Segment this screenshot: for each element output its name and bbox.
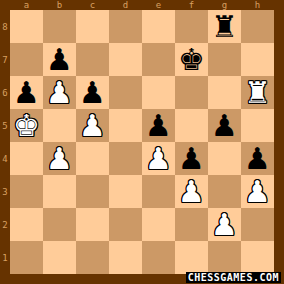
piece-black-rook: ♜ (211, 10, 238, 43)
square-e8 (142, 10, 175, 43)
square-d6 (109, 76, 142, 109)
square-c4 (76, 142, 109, 175)
piece-black-pawn: ♟ (79, 76, 106, 109)
square-e1 (142, 241, 175, 274)
piece-white-pawn: ♟ (211, 208, 238, 241)
square-h7 (241, 43, 274, 76)
square-d3 (109, 175, 142, 208)
square-g7 (208, 43, 241, 76)
square-e4: ♟ (142, 142, 175, 175)
square-h4: ♟ (241, 142, 274, 175)
square-d5 (109, 109, 142, 142)
piece-white-pawn: ♟ (178, 175, 205, 208)
square-b5 (43, 109, 76, 142)
square-c5: ♟ (76, 109, 109, 142)
piece-black-pawn: ♟ (211, 109, 238, 142)
square-g4 (208, 142, 241, 175)
square-g5: ♟ (208, 109, 241, 142)
square-b7: ♟ (43, 43, 76, 76)
square-g3 (208, 175, 241, 208)
square-d4 (109, 142, 142, 175)
rank-label-3: 3 (0, 175, 10, 208)
square-a2 (10, 208, 43, 241)
square-f1 (175, 241, 208, 274)
square-g1 (208, 241, 241, 274)
piece-white-rook: ♜ (244, 76, 271, 109)
piece-black-pawn: ♟ (145, 109, 172, 142)
square-g2: ♟ (208, 208, 241, 241)
square-c8 (76, 10, 109, 43)
piece-white-pawn: ♟ (46, 142, 73, 175)
square-h1 (241, 241, 274, 274)
rank-label-8: 8 (0, 10, 10, 43)
square-b6: ♟ (43, 76, 76, 109)
square-a4 (10, 142, 43, 175)
square-a1 (10, 241, 43, 274)
square-b3 (43, 175, 76, 208)
piece-black-pawn: ♟ (46, 43, 73, 76)
square-f2 (175, 208, 208, 241)
square-c2 (76, 208, 109, 241)
square-h5 (241, 109, 274, 142)
file-label-d: d (109, 0, 142, 10)
square-f4: ♟ (175, 142, 208, 175)
file-label-b: b (43, 0, 76, 10)
rank-label-6: 6 (0, 76, 10, 109)
square-b8 (43, 10, 76, 43)
file-label-a: a (10, 0, 43, 10)
square-d2 (109, 208, 142, 241)
piece-white-pawn: ♟ (244, 175, 271, 208)
square-h3: ♟ (241, 175, 274, 208)
file-label-h: h (241, 0, 274, 10)
square-h2 (241, 208, 274, 241)
square-h8 (241, 10, 274, 43)
square-b2 (43, 208, 76, 241)
rank-labels: 87654321 (0, 10, 10, 274)
square-d8 (109, 10, 142, 43)
square-e6 (142, 76, 175, 109)
square-c6: ♟ (76, 76, 109, 109)
square-e3 (142, 175, 175, 208)
square-c7 (76, 43, 109, 76)
square-f8 (175, 10, 208, 43)
square-b4: ♟ (43, 142, 76, 175)
square-f3: ♟ (175, 175, 208, 208)
square-d1 (109, 241, 142, 274)
rank-label-5: 5 (0, 109, 10, 142)
rank-label-1: 1 (0, 241, 10, 274)
piece-white-king: ♚ (13, 109, 40, 142)
file-label-e: e (142, 0, 175, 10)
file-label-f: f (175, 0, 208, 10)
rank-label-7: 7 (0, 43, 10, 76)
square-f5 (175, 109, 208, 142)
rank-label-2: 2 (0, 208, 10, 241)
square-a3 (10, 175, 43, 208)
square-f6 (175, 76, 208, 109)
square-a5: ♚ (10, 109, 43, 142)
square-b1 (43, 241, 76, 274)
piece-white-pawn: ♟ (79, 109, 106, 142)
square-h6: ♜ (241, 76, 274, 109)
square-a8 (10, 10, 43, 43)
chess-board: ♜♟♚♟♟♟♜♚♟♟♟♟♟♟♟♟♟♟ (10, 10, 274, 274)
piece-black-pawn: ♟ (178, 142, 205, 175)
piece-white-pawn: ♟ (46, 76, 73, 109)
square-e2 (142, 208, 175, 241)
square-e7 (142, 43, 175, 76)
square-c3 (76, 175, 109, 208)
site-watermark-label: CHESSGAMES.COM (186, 272, 281, 283)
square-f7: ♚ (175, 43, 208, 76)
square-d7 (109, 43, 142, 76)
piece-black-pawn: ♟ (13, 76, 40, 109)
file-label-c: c (76, 0, 109, 10)
square-c1 (76, 241, 109, 274)
square-a7 (10, 43, 43, 76)
piece-black-king: ♚ (178, 43, 205, 76)
square-e5: ♟ (142, 109, 175, 142)
square-a6: ♟ (10, 76, 43, 109)
piece-black-pawn: ♟ (244, 142, 271, 175)
rank-label-4: 4 (0, 142, 10, 175)
square-g6 (208, 76, 241, 109)
square-g8: ♜ (208, 10, 241, 43)
piece-white-pawn: ♟ (145, 142, 172, 175)
